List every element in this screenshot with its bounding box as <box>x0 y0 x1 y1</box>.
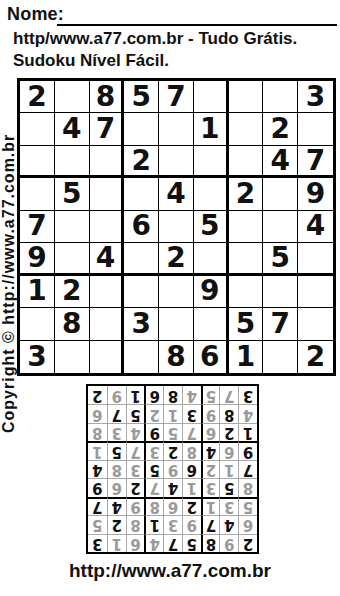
sudoku-cell-r6c3 <box>124 276 159 308</box>
sudoku-cell-r0c0: 2 <box>20 81 55 113</box>
sudoku-cell-r2c1 <box>55 146 90 178</box>
sudoku-cell-r3c5 <box>194 178 229 210</box>
sudoku-cell-r3c2 <box>90 178 125 210</box>
sudoku-cell-r7c2 <box>90 308 125 340</box>
solution-cell-r1c0: 6 <box>238 515 257 533</box>
solution-cell-r0c0: 2 <box>238 534 257 552</box>
solution-cell-r7c3: 3 <box>182 404 201 422</box>
solution-cell-r0c8: 3 <box>88 534 107 552</box>
solution-cell-r2c8: 7 <box>88 497 107 515</box>
solution-cell-r6c7: 3 <box>107 423 126 441</box>
solution-cell-r8c1: 7 <box>219 386 238 404</box>
sudoku-cell-r7c1: 8 <box>55 308 90 340</box>
solution-cell-r7c7: 7 <box>107 404 126 422</box>
solution-cell-r3c6: 2 <box>126 478 145 496</box>
sudoku-cell-r2c7: 4 <box>263 146 298 178</box>
sudoku-cell-r0c3: 5 <box>124 81 159 113</box>
solution-cell-r3c3: 1 <box>182 478 201 496</box>
sudoku-cell-r8c7 <box>263 341 298 373</box>
solution-cell-r3c5: 7 <box>144 478 163 496</box>
solution-cell-r6c4: 5 <box>163 423 182 441</box>
solution-cell-r3c0: 8 <box>238 478 257 496</box>
sudoku-cell-r7c4 <box>159 308 194 340</box>
name-label: Nome: <box>7 4 64 25</box>
solution-cell-r5c5: 3 <box>144 441 163 459</box>
solution-cell-r1c6: 8 <box>126 515 145 533</box>
sudoku-cell-r2c3: 2 <box>124 146 159 178</box>
solution-cell-r2c7: 4 <box>107 497 126 515</box>
solution-cell-r2c1: 3 <box>219 497 238 515</box>
sudoku-cell-r4c3: 6 <box>124 211 159 243</box>
solution-cell-r7c5: 2 <box>144 404 163 422</box>
sudoku-cell-r1c0 <box>20 113 55 145</box>
solution-cell-r7c6: 5 <box>126 404 145 422</box>
sudoku-cell-r8c8: 2 <box>298 341 333 373</box>
sudoku-cell-r3c1: 5 <box>55 178 90 210</box>
solution-cell-r0c3: 5 <box>182 534 201 552</box>
solution-cell-r6c3: 7 <box>182 423 201 441</box>
sudoku-cell-r2c8: 7 <box>298 146 333 178</box>
sudoku-cell-r0c8: 3 <box>298 81 333 113</box>
solution-cell-r1c1: 4 <box>219 515 238 533</box>
solution-cell-r0c6: 6 <box>126 534 145 552</box>
solution-cell-r1c5: 1 <box>144 515 163 533</box>
sudoku-cell-r0c2: 8 <box>90 81 125 113</box>
sudoku-cell-r1c5: 1 <box>194 113 229 145</box>
solution-cell-r5c7: 5 <box>107 441 126 459</box>
sudoku-cell-r5c7: 5 <box>263 243 298 275</box>
sudoku-cell-r6c0: 1 <box>20 276 55 308</box>
sudoku-cell-r8c3 <box>124 341 159 373</box>
solution-cell-r3c7: 6 <box>107 478 126 496</box>
sudoku-cell-r5c4: 2 <box>159 243 194 275</box>
sudoku-cell-r4c6 <box>229 211 264 243</box>
sudoku-cell-r2c0 <box>20 146 55 178</box>
solution-cell-r6c6: 4 <box>126 423 145 441</box>
sudoku-cell-r1c1: 4 <box>55 113 90 145</box>
solution-cell-r1c7: 2 <box>107 515 126 533</box>
solution-cell-r8c3: 4 <box>182 386 201 404</box>
solution-cell-r0c5: 4 <box>144 534 163 552</box>
solution-cell-r4c2: 2 <box>201 460 220 478</box>
sudoku-cell-r7c6: 5 <box>229 308 264 340</box>
sudoku-cell-r3c4: 4 <box>159 178 194 210</box>
solution-cell-r6c2: 6 <box>201 423 220 441</box>
sudoku-cell-r2c6 <box>229 146 264 178</box>
sudoku-cell-r4c0: 7 <box>20 211 55 243</box>
solution-cell-r5c2: 4 <box>201 441 220 459</box>
sudoku-cell-r1c4 <box>159 113 194 145</box>
sudoku-cell-r3c3 <box>124 178 159 210</box>
copyright-vertical-text: Copyright © http://www.a77.com.br <box>1 134 16 433</box>
sudoku-cell-r5c8 <box>298 243 333 275</box>
solution-cell-r3c2: 3 <box>201 478 220 496</box>
solution-cell-r5c0: 9 <box>238 441 257 459</box>
site-tagline: http/www.a77.com.br - Tudo Grátis. <box>13 29 297 49</box>
solution-cell-r7c0: 4 <box>238 404 257 422</box>
solution-cell-r5c8: 1 <box>88 441 107 459</box>
sudoku-cell-r0c4: 7 <box>159 81 194 113</box>
solution-cell-r6c0: 1 <box>238 423 257 441</box>
solution-cell-r7c2: 9 <box>201 404 220 422</box>
sudoku-cell-r8c0: 3 <box>20 341 55 373</box>
sudoku-cell-r1c2: 7 <box>90 113 125 145</box>
sudoku-cell-r4c1 <box>55 211 90 243</box>
sudoku-cell-r3c0 <box>20 178 55 210</box>
footer-url: http://www.a77.com.br <box>0 560 340 582</box>
solution-cell-r1c4: 3 <box>163 515 182 533</box>
sudoku-cell-r3c6: 2 <box>229 178 264 210</box>
solution-cell-r5c4: 2 <box>163 441 182 459</box>
solution-board-upside-down: 2985746136479318255312689478531472697126… <box>86 384 259 554</box>
solution-cell-r8c2: 5 <box>201 386 220 404</box>
sudoku-cell-r1c6 <box>229 113 264 145</box>
solution-cell-r6c8: 8 <box>88 423 107 441</box>
solution-cell-r7c8: 6 <box>88 404 107 422</box>
sudoku-cell-r5c2: 4 <box>90 243 125 275</box>
solution-cell-r0c2: 8 <box>201 534 220 552</box>
solution-cell-r4c0: 7 <box>238 460 257 478</box>
sudoku-cell-r4c2 <box>90 211 125 243</box>
solution-cell-r7c1: 8 <box>219 404 238 422</box>
sudoku-cell-r7c7: 7 <box>263 308 298 340</box>
sudoku-cell-r8c2 <box>90 341 125 373</box>
sudoku-cell-r0c5 <box>194 81 229 113</box>
solution-cell-r8c0: 3 <box>238 386 257 404</box>
sudoku-cell-r0c7 <box>263 81 298 113</box>
solution-cell-r1c2: 7 <box>201 515 220 533</box>
sudoku-cell-r6c7 <box>263 276 298 308</box>
solution-cell-r2c2: 1 <box>201 497 220 515</box>
solution-cell-r4c5: 5 <box>144 460 163 478</box>
sudoku-cell-r6c1: 2 <box>55 276 90 308</box>
solution-cell-r2c0: 5 <box>238 497 257 515</box>
sudoku-cell-r3c8: 9 <box>298 178 333 210</box>
solution-cell-r3c8: 9 <box>88 478 107 496</box>
sudoku-cell-r5c1 <box>55 243 90 275</box>
solution-cell-r4c6: 3 <box>126 460 145 478</box>
sudoku-cell-r5c6 <box>229 243 264 275</box>
sudoku-cell-r3c7 <box>263 178 298 210</box>
solution-cell-r8c4: 8 <box>163 386 182 404</box>
sudoku-board: 285734712247542976549425129835738612 <box>17 78 336 376</box>
solution-cell-r3c1: 5 <box>219 478 238 496</box>
sudoku-cell-r5c0: 9 <box>20 243 55 275</box>
solution-cell-r5c3: 8 <box>182 441 201 459</box>
solution-cell-r8c6: 1 <box>126 386 145 404</box>
solution-cell-r1c8: 5 <box>88 515 107 533</box>
solution-cell-r8c7: 9 <box>107 386 126 404</box>
sudoku-cell-r4c7 <box>263 211 298 243</box>
sudoku-cell-r6c4 <box>159 276 194 308</box>
sudoku-cell-r1c3 <box>124 113 159 145</box>
solution-cell-r6c5: 9 <box>144 423 163 441</box>
sudoku-cell-r7c3: 3 <box>124 308 159 340</box>
solution-cell-r1c3: 9 <box>182 515 201 533</box>
solution-cell-r5c6: 7 <box>126 441 145 459</box>
solution-cell-r2c3: 2 <box>182 497 201 515</box>
sudoku-cell-r8c4: 8 <box>159 341 194 373</box>
sudoku-cell-r7c0 <box>20 308 55 340</box>
solution-cell-r3c4: 4 <box>163 478 182 496</box>
solution-cell-r5c1: 6 <box>219 441 238 459</box>
sudoku-cell-r6c2 <box>90 276 125 308</box>
sudoku-cell-r5c5 <box>194 243 229 275</box>
solution-cell-r7c4: 1 <box>163 404 182 422</box>
solution-cell-r4c3: 6 <box>182 460 201 478</box>
solution-cell-r2c5: 8 <box>144 497 163 515</box>
sudoku-cell-r0c1 <box>55 81 90 113</box>
solution-cell-r0c7: 1 <box>107 534 126 552</box>
solution-cell-r8c5: 6 <box>144 386 163 404</box>
sudoku-cell-r8c6: 1 <box>229 341 264 373</box>
sudoku-worksheet-page: Nome: http/www.a77.com.br - Tudo Grátis.… <box>0 0 340 596</box>
solution-cell-r0c1: 9 <box>219 534 238 552</box>
solution-cell-r8c8: 2 <box>88 386 107 404</box>
solution-cell-r6c1: 2 <box>219 423 238 441</box>
solution-cell-r2c4: 6 <box>163 497 182 515</box>
sudoku-cell-r8c5: 6 <box>194 341 229 373</box>
sudoku-cell-r6c5: 9 <box>194 276 229 308</box>
solution-cell-r4c4: 9 <box>163 460 182 478</box>
sudoku-cell-r7c5 <box>194 308 229 340</box>
solution-cell-r0c4: 7 <box>163 534 182 552</box>
sudoku-cell-r2c5 <box>194 146 229 178</box>
sudoku-cell-r0c6 <box>229 81 264 113</box>
solution-cell-r4c8: 4 <box>88 460 107 478</box>
sudoku-cell-r5c3 <box>124 243 159 275</box>
sudoku-cell-r1c7: 2 <box>263 113 298 145</box>
sudoku-cell-r8c1 <box>55 341 90 373</box>
solution-cell-r2c6: 9 <box>126 497 145 515</box>
sudoku-cell-r2c4 <box>159 146 194 178</box>
sudoku-cell-r6c8 <box>298 276 333 308</box>
solution-cell-r4c1: 1 <box>219 460 238 478</box>
sudoku-cell-r7c8 <box>298 308 333 340</box>
solution-cell-r4c7: 8 <box>107 460 126 478</box>
sudoku-cell-r1c8 <box>298 113 333 145</box>
sudoku-cell-r4c8: 4 <box>298 211 333 243</box>
sudoku-cell-r6c6 <box>229 276 264 308</box>
sudoku-cell-r2c2 <box>90 146 125 178</box>
sudoku-cell-r4c4 <box>159 211 194 243</box>
name-blank-line <box>57 6 337 26</box>
sudoku-cell-r4c5: 5 <box>194 211 229 243</box>
puzzle-title: Sudoku Nível Fácil. <box>13 51 169 71</box>
